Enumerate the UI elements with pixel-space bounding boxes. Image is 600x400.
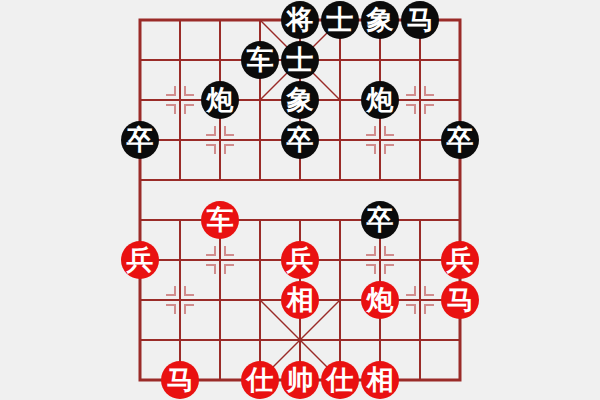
xiangqi-board[interactable]: 将士象马车士炮象炮卒卒卒卒车兵兵兵相炮马马仕帅仕相 bbox=[0, 0, 600, 400]
piece-red-horse-b[interactable]: 马 bbox=[161, 361, 199, 399]
piece-red-elephant-a[interactable]: 相 bbox=[281, 281, 319, 319]
piece-black-pawn-d[interactable]: 卒 bbox=[361, 201, 399, 239]
piece-black-elephant-b[interactable]: 象 bbox=[281, 81, 319, 119]
piece-red-rook[interactable]: 车 bbox=[201, 201, 239, 239]
piece-black-pawn-b[interactable]: 卒 bbox=[281, 121, 319, 159]
piece-black-horse[interactable]: 马 bbox=[401, 1, 439, 39]
piece-black-cannon-a[interactable]: 炮 bbox=[201, 81, 239, 119]
piece-red-general[interactable]: 帅 bbox=[281, 361, 319, 399]
piece-red-pawn-a[interactable]: 兵 bbox=[121, 241, 159, 279]
piece-black-advisor-a[interactable]: 士 bbox=[321, 1, 359, 39]
piece-red-advisor-a[interactable]: 仕 bbox=[241, 361, 279, 399]
piece-red-pawn-b[interactable]: 兵 bbox=[281, 241, 319, 279]
piece-red-advisor-b[interactable]: 仕 bbox=[321, 361, 359, 399]
piece-black-elephant-a[interactable]: 象 bbox=[361, 1, 399, 39]
piece-black-pawn-a[interactable]: 卒 bbox=[121, 121, 159, 159]
piece-layer: 将士象马车士炮象炮卒卒卒卒车兵兵兵相炮马马仕帅仕相 bbox=[120, 0, 480, 400]
piece-black-rook[interactable]: 车 bbox=[241, 41, 279, 79]
piece-black-general[interactable]: 将 bbox=[281, 1, 319, 39]
piece-red-pawn-c[interactable]: 兵 bbox=[441, 241, 479, 279]
piece-red-cannon[interactable]: 炮 bbox=[361, 281, 399, 319]
piece-red-horse-a[interactable]: 马 bbox=[441, 281, 479, 319]
piece-black-cannon-b[interactable]: 炮 bbox=[361, 81, 399, 119]
piece-black-advisor-b[interactable]: 士 bbox=[281, 41, 319, 79]
piece-red-elephant-b[interactable]: 相 bbox=[361, 361, 399, 399]
piece-black-pawn-c[interactable]: 卒 bbox=[441, 121, 479, 159]
